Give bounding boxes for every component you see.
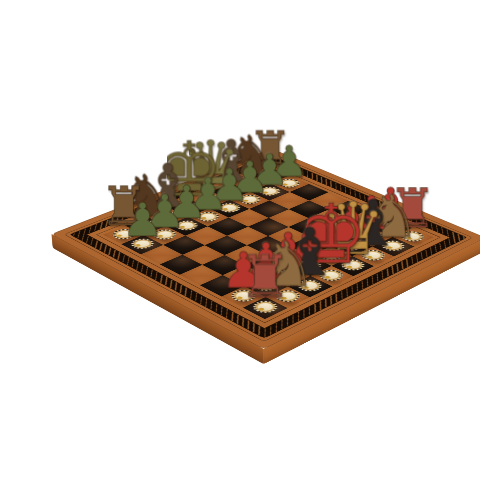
piece-figure: ♜: [249, 125, 291, 175]
rook-glyph: ♜: [248, 125, 293, 175]
pieces-layer: ♜♞♝♛♚♝♞♜♟♟♟♟♟♟♟♟♟♟♟♟♟♟♟♟♜♞♝♛♚♝♞♜: [51, 148, 480, 349]
chessboard: ♜♞♝♛♚♝♞♜♟♟♟♟♟♟♟♟♟♟♟♟♟♟♟♟♜♞♝♛♚♝♞♜: [51, 148, 480, 349]
chess-set-product-photo: ♜♞♝♛♚♝♞♜♟♟♟♟♟♟♟♟♟♟♟♟♟♟♟♟♜♞♝♛♚♝♞♜: [0, 0, 480, 480]
